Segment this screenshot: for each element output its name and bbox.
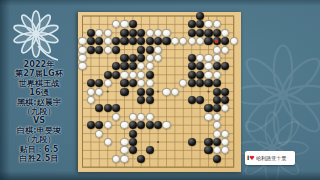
background-flower-icon <box>232 108 312 180</box>
white-stone <box>146 113 154 121</box>
white-stone <box>162 29 170 37</box>
black-stone <box>112 46 120 54</box>
black-stone <box>213 155 221 163</box>
black-stone <box>188 79 196 87</box>
white-stone <box>120 71 128 79</box>
black-stone <box>104 71 112 79</box>
black-stone <box>204 79 212 87</box>
white-stone <box>78 46 86 54</box>
black-stone <box>129 54 137 62</box>
white-stone <box>204 113 212 121</box>
white-stone <box>120 138 128 146</box>
watermark-text: 哈利路亚十景 <box>256 155 286 161</box>
white-stone <box>87 96 95 104</box>
black-stone <box>221 88 229 96</box>
top-vignette <box>0 0 320 6</box>
white-stone <box>112 155 120 163</box>
black-stone <box>196 71 204 79</box>
black-stone <box>146 37 154 45</box>
black-stone <box>213 88 221 96</box>
black-stone <box>87 46 95 54</box>
info-panel: 2022年 第27届LG杯 世界棋王战 16强 黑棋:赵晨宇 （九段） VS 白… <box>0 0 78 180</box>
white-stone <box>221 46 229 54</box>
black-stone <box>120 54 128 62</box>
go-board <box>78 12 241 172</box>
white-stone <box>213 46 221 54</box>
black-stone <box>129 130 137 138</box>
black-stone <box>112 71 120 79</box>
video-frame: 2022年 第27届LG杯 世界棋王战 16强 黑棋:赵晨宇 （九段） VS 白… <box>0 0 320 180</box>
white-stone <box>213 71 221 79</box>
white-stone <box>146 79 154 87</box>
black-stone <box>188 138 196 146</box>
white-stone <box>104 37 112 45</box>
result-text: 白胜2.5目 <box>2 154 77 163</box>
white-stone <box>120 155 128 163</box>
white-rank: （九段） <box>2 135 77 144</box>
white-stone <box>104 121 112 129</box>
black-stone <box>204 138 212 146</box>
white-stone <box>154 29 162 37</box>
black-stone <box>213 138 221 146</box>
white-stone <box>120 121 128 129</box>
black-stone <box>213 96 221 104</box>
black-stone <box>129 138 137 146</box>
white-stone <box>87 88 95 96</box>
black-stone <box>120 37 128 45</box>
white-stone <box>95 88 103 96</box>
bottom-vignette <box>0 171 320 180</box>
black-stone <box>146 71 154 79</box>
black-stone <box>188 96 196 104</box>
white-stone <box>104 29 112 37</box>
white-stone <box>146 54 154 62</box>
white-stone <box>78 54 86 62</box>
left-vignette <box>0 0 10 180</box>
flower-logo-icon <box>10 6 62 62</box>
black-stone <box>137 46 145 54</box>
white-stone <box>129 113 137 121</box>
white-stone <box>213 113 221 121</box>
black-stone <box>188 71 196 79</box>
black-stone <box>204 29 212 37</box>
white-stone <box>162 121 170 129</box>
white-stone <box>213 54 221 62</box>
black-stone <box>120 79 128 87</box>
white-stone <box>230 37 238 45</box>
black-stone <box>137 88 145 96</box>
black-stone <box>188 54 196 62</box>
white-stone <box>104 46 112 54</box>
black-stone <box>146 121 154 129</box>
white-stone <box>104 138 112 146</box>
black-stone <box>196 29 204 37</box>
white-stone <box>204 54 212 62</box>
white-stone <box>146 29 154 37</box>
white-stone <box>188 37 196 45</box>
black-stone <box>120 29 128 37</box>
black-stone <box>129 29 137 37</box>
watermark-badge: I♥ 哈利路亚十景 <box>245 151 295 165</box>
white-stone <box>221 130 229 138</box>
white-stone <box>129 71 137 79</box>
black-stone <box>213 29 221 37</box>
white-stone <box>171 88 179 96</box>
white-stone <box>154 46 162 54</box>
black-stone <box>146 96 154 104</box>
round-text: 16强 <box>2 88 77 97</box>
black-stone <box>87 29 95 37</box>
white-stone <box>213 130 221 138</box>
black-stone <box>146 46 154 54</box>
white-stone <box>204 71 212 79</box>
black-stone <box>95 46 103 54</box>
heart-icon: I♥ <box>247 155 255 161</box>
white-stone <box>112 113 120 121</box>
black-stone <box>162 37 170 45</box>
white-stone <box>95 130 103 138</box>
white-stone <box>78 37 86 45</box>
black-stone <box>120 88 128 96</box>
black-stone <box>188 29 196 37</box>
match-info-block: 2022年 第27届LG杯 世界棋王战 16强 黑棋:赵晨宇 （九段） VS 白… <box>0 60 78 163</box>
black-stone <box>204 37 212 45</box>
white-stone <box>104 79 112 87</box>
white-stone <box>162 88 170 96</box>
black-stone <box>146 88 154 96</box>
